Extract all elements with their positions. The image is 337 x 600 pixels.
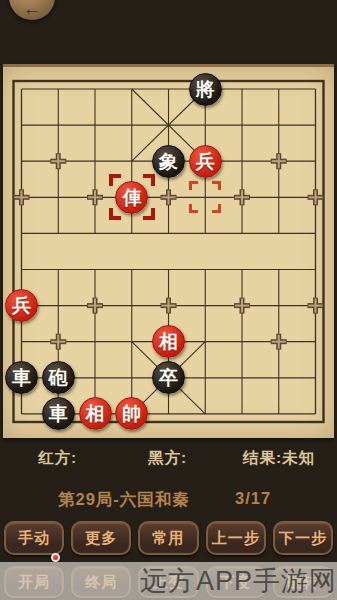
notification-badge (51, 553, 60, 562)
button-secondary-4[interactable]: 翻转 (273, 566, 333, 598)
piece-red-soldier[interactable]: 兵 (5, 289, 38, 322)
back-button[interactable]: ← (9, 0, 55, 20)
episode-title: 第29局-六国和秦 (58, 489, 190, 511)
button-primary-2[interactable]: 常用 (138, 521, 198, 555)
piece-black-elephant[interactable]: 象 (152, 145, 185, 178)
button-secondary-1[interactable]: 终局 (71, 566, 131, 598)
piece-black-general[interactable]: 將 (189, 73, 222, 106)
piece-black-cannon[interactable]: 砲 (42, 361, 75, 394)
button-primary-3[interactable]: 上一步 (206, 521, 266, 555)
button-secondary-2[interactable]: 上变 (138, 566, 198, 598)
red-side-label: 红方: (38, 448, 77, 469)
episode-bar: 第29局-六国和秦 3/17 (0, 489, 337, 509)
xiangqi-app-screen: ← 將象兵俥兵相車砲卒車相帥 红方: 黑方: 结果:未知 第29局-六国和秦 3… (0, 0, 337, 600)
episode-progress: 3/17 (235, 489, 271, 508)
button-secondary-0[interactable]: 开局 (4, 566, 64, 598)
toolbar-secondary: 开局终局上变下变翻转 (0, 566, 337, 598)
back-arrow-icon: ← (9, 0, 55, 18)
piece-red-soldier[interactable]: 兵 (189, 145, 222, 178)
toolbar-primary: 手动更多常用上一步下一步 (0, 521, 337, 555)
piece-black-chariot[interactable]: 車 (42, 397, 75, 430)
button-secondary-3[interactable]: 下变 (206, 566, 266, 598)
move-target-marker (189, 181, 221, 213)
button-primary-4[interactable]: 下一步 (273, 521, 333, 555)
xiangqi-board[interactable]: 將象兵俥兵相車砲卒車相帥 (3, 64, 334, 438)
result-info-bar: 红方: 黑方: 结果:未知 (0, 448, 337, 468)
result-label: 结果:未知 (243, 448, 315, 469)
black-side-label: 黑方: (148, 448, 187, 469)
piece-red-chariot[interactable]: 俥 (115, 181, 148, 214)
piece-red-elephant[interactable]: 相 (152, 325, 185, 358)
button-primary-1[interactable]: 更多 (71, 521, 131, 555)
button-primary-0[interactable]: 手动 (4, 521, 64, 555)
piece-red-elephant[interactable]: 相 (79, 397, 112, 430)
